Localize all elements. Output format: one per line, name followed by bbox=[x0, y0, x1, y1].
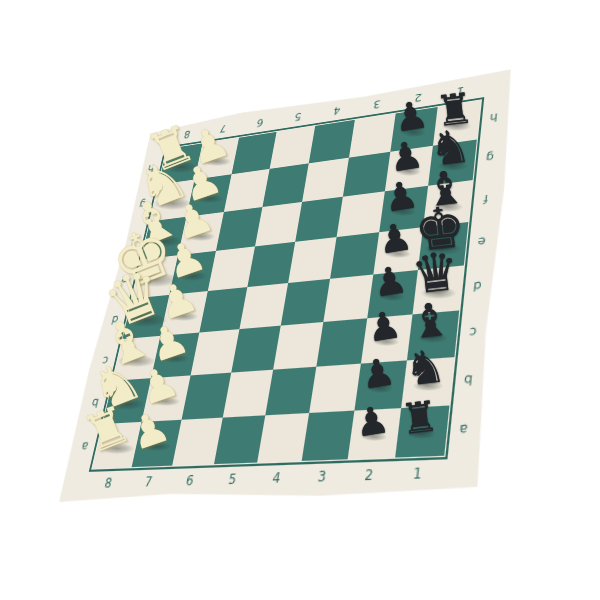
square-e4 bbox=[288, 237, 336, 283]
square-a1 bbox=[395, 406, 449, 458]
label-right-e: e bbox=[477, 234, 486, 249]
square-d2 bbox=[367, 270, 418, 318]
label-left-a: a bbox=[80, 439, 90, 454]
square-c4 bbox=[273, 322, 323, 370]
label-top-4: 4 bbox=[332, 104, 341, 117]
square-a3 bbox=[302, 411, 355, 461]
square-f4 bbox=[295, 197, 343, 242]
square-d4 bbox=[281, 279, 330, 326]
square-d1 bbox=[413, 265, 464, 314]
label-top-2: 2 bbox=[414, 91, 423, 105]
label-left-d: d bbox=[110, 313, 120, 327]
square-e1 bbox=[418, 222, 468, 270]
label-bottom-8: 8 bbox=[103, 475, 113, 491]
label-right-b: b bbox=[463, 372, 473, 389]
label-right-h: h bbox=[489, 110, 498, 124]
square-b2 bbox=[354, 360, 407, 410]
square-c1 bbox=[407, 310, 459, 360]
label-bottom-4: 4 bbox=[271, 470, 281, 487]
label-top-8: 8 bbox=[183, 128, 192, 141]
label-right-f: f bbox=[483, 192, 489, 207]
square-b1 bbox=[401, 357, 454, 408]
label-top-1: 1 bbox=[456, 84, 465, 98]
square-g2 bbox=[385, 146, 433, 192]
label-top-6: 6 bbox=[256, 116, 265, 129]
square-g3 bbox=[343, 152, 390, 197]
chess-board-grid bbox=[92, 100, 481, 468]
label-left-g: g bbox=[138, 198, 147, 211]
label-left-b: b bbox=[90, 396, 100, 411]
label-left-f: f bbox=[130, 235, 136, 248]
label-right-g: g bbox=[485, 150, 494, 165]
label-left-h: h bbox=[147, 162, 156, 175]
label-bottom-7: 7 bbox=[143, 474, 153, 490]
square-g4 bbox=[302, 158, 349, 202]
chess-mat: 8877665544332211hhggffeeddccbbaa bbox=[57, 68, 515, 502]
square-e3 bbox=[330, 232, 379, 279]
label-bottom-5: 5 bbox=[227, 471, 237, 487]
label-top-7: 7 bbox=[219, 122, 228, 135]
square-f2 bbox=[379, 186, 428, 232]
square-a4 bbox=[257, 413, 309, 463]
square-a2 bbox=[348, 408, 402, 459]
square-g1 bbox=[428, 140, 477, 186]
label-right-d: d bbox=[472, 278, 482, 294]
label-top-3: 3 bbox=[372, 98, 381, 111]
chess-set-product-photo: 8877665544332211hhggffeeddccbbaa ♜♟♟♞♜♟♟… bbox=[0, 0, 600, 600]
square-b3 bbox=[309, 364, 361, 413]
square-c2 bbox=[361, 314, 413, 363]
square-f3 bbox=[337, 191, 385, 237]
label-right-a: a bbox=[458, 421, 468, 438]
label-left-c: c bbox=[101, 354, 110, 368]
square-f1 bbox=[423, 180, 473, 227]
square-c3 bbox=[316, 318, 367, 366]
square-b4 bbox=[265, 367, 316, 416]
label-bottom-1: 1 bbox=[412, 465, 423, 482]
label-bottom-2: 2 bbox=[364, 467, 375, 484]
label-right-c: c bbox=[468, 324, 477, 340]
label-top-5: 5 bbox=[293, 110, 302, 123]
square-d3 bbox=[323, 274, 373, 322]
square-e2 bbox=[373, 227, 423, 274]
label-bottom-6: 6 bbox=[185, 473, 195, 489]
label-bottom-3: 3 bbox=[317, 468, 328, 485]
label-left-e: e bbox=[120, 273, 129, 287]
